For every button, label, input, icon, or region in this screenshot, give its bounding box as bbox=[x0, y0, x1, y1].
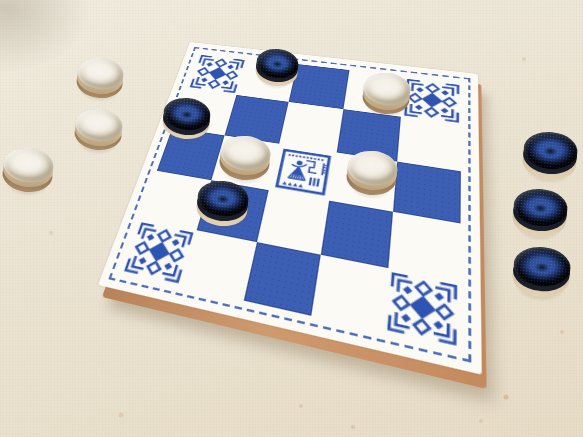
dark-piece-off-right-1[interactable] bbox=[521, 129, 580, 182]
board-photo-scene bbox=[0, 0, 583, 437]
white-piece-off-left-2[interactable] bbox=[72, 107, 123, 153]
pieces-layer bbox=[0, 0, 583, 437]
white-piece-off-left-1[interactable] bbox=[75, 56, 125, 101]
white-piece-b3[interactable] bbox=[218, 134, 272, 183]
dark-piece-b5[interactable] bbox=[254, 47, 300, 88]
dark-piece-off-right-2[interactable] bbox=[511, 186, 570, 239]
dark-piece-off-right-3[interactable] bbox=[510, 244, 572, 300]
white-piece-d3[interactable] bbox=[345, 149, 399, 198]
white-piece-off-left-3[interactable] bbox=[1, 146, 55, 195]
white-piece-d5[interactable] bbox=[360, 71, 411, 117]
dark-piece-a4[interactable] bbox=[160, 96, 211, 142]
dark-piece-b2[interactable] bbox=[194, 178, 249, 228]
